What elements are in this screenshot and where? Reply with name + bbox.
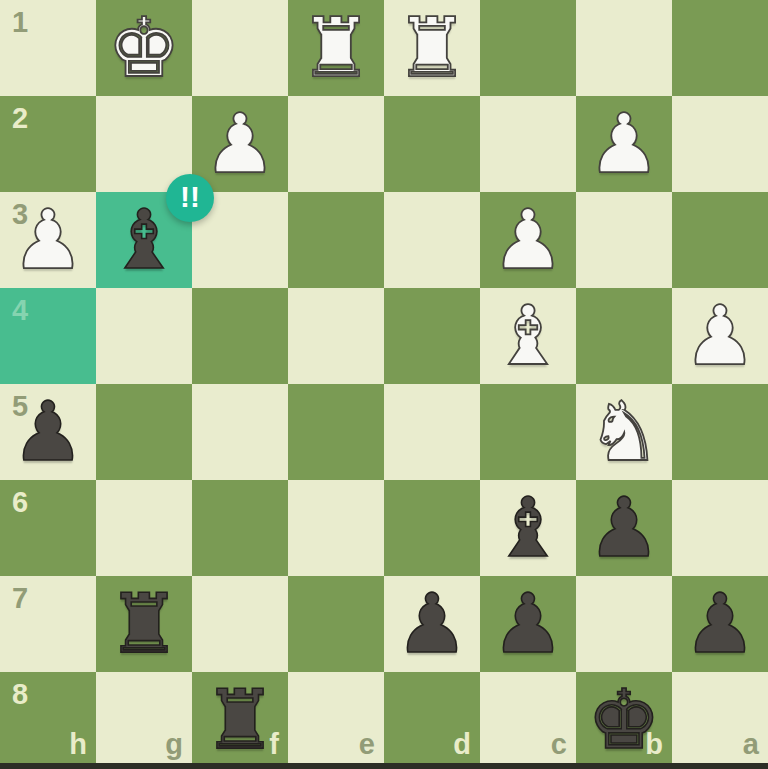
square-c6[interactable]: ♝ xyxy=(480,480,576,576)
square-d1[interactable]: ♜ xyxy=(384,0,480,96)
square-e6[interactable] xyxy=(288,480,384,576)
black-rook-g7[interactable]: ♜ xyxy=(96,576,192,672)
square-e8[interactable]: e xyxy=(288,672,384,768)
square-c2[interactable] xyxy=(480,96,576,192)
square-h3[interactable]: 3♟ xyxy=(0,192,96,288)
square-e5[interactable] xyxy=(288,384,384,480)
square-e2[interactable] xyxy=(288,96,384,192)
square-e7[interactable] xyxy=(288,576,384,672)
white-rook-d1[interactable]: ♜ xyxy=(384,0,480,96)
white-rook-e1[interactable]: ♜ xyxy=(288,0,384,96)
square-f1[interactable] xyxy=(192,0,288,96)
square-c5[interactable] xyxy=(480,384,576,480)
black-pawn-c7[interactable]: ♟ xyxy=(480,576,576,672)
black-pawn-h5[interactable]: ♟ xyxy=(0,384,96,480)
rank-label-1: 1 xyxy=(12,8,28,37)
square-b6[interactable]: ♟ xyxy=(576,480,672,576)
square-c8[interactable]: c xyxy=(480,672,576,768)
square-h7[interactable]: 7 xyxy=(0,576,96,672)
square-f8[interactable]: f♜ xyxy=(192,672,288,768)
square-f5[interactable] xyxy=(192,384,288,480)
square-a1[interactable] xyxy=(672,0,768,96)
square-e1[interactable]: ♜ xyxy=(288,0,384,96)
square-a4[interactable]: ♟ xyxy=(672,288,768,384)
white-bishop-c4[interactable]: ♝ xyxy=(480,288,576,384)
square-c3[interactable]: ♟ xyxy=(480,192,576,288)
square-a3[interactable] xyxy=(672,192,768,288)
square-d5[interactable] xyxy=(384,384,480,480)
black-pawn-d7[interactable]: ♟ xyxy=(384,576,480,672)
square-e4[interactable] xyxy=(288,288,384,384)
square-f6[interactable] xyxy=(192,480,288,576)
file-label-e: e xyxy=(359,730,375,759)
square-h6[interactable]: 6 xyxy=(0,480,96,576)
square-g5[interactable] xyxy=(96,384,192,480)
black-pawn-a7[interactable]: ♟ xyxy=(672,576,768,672)
square-h4[interactable]: 4 xyxy=(0,288,96,384)
square-d8[interactable]: d xyxy=(384,672,480,768)
black-rook-f8[interactable]: ♜ xyxy=(192,672,288,768)
square-g4[interactable] xyxy=(96,288,192,384)
square-h2[interactable]: 2 xyxy=(0,96,96,192)
square-d2[interactable] xyxy=(384,96,480,192)
chess-board-screenshot: 1♚♜♜2♟♟3♟♝♟4♝♟5♟♞6♝♟7♜♟♟♟8hgf♜edcb♚a !! xyxy=(0,0,768,769)
rank-label-2: 2 xyxy=(12,104,28,133)
square-h5[interactable]: 5♟ xyxy=(0,384,96,480)
black-bishop-c6[interactable]: ♝ xyxy=(480,480,576,576)
square-g1[interactable]: ♚ xyxy=(96,0,192,96)
file-label-c: c xyxy=(551,730,567,759)
square-b1[interactable] xyxy=(576,0,672,96)
square-f4[interactable] xyxy=(192,288,288,384)
rank-label-4: 4 xyxy=(12,296,28,325)
square-c7[interactable]: ♟ xyxy=(480,576,576,672)
square-d3[interactable] xyxy=(384,192,480,288)
square-b4[interactable] xyxy=(576,288,672,384)
square-c4[interactable]: ♝ xyxy=(480,288,576,384)
square-d6[interactable] xyxy=(384,480,480,576)
file-label-h: h xyxy=(69,730,87,759)
file-label-g: g xyxy=(165,730,183,759)
square-b2[interactable]: ♟ xyxy=(576,96,672,192)
file-label-a: a xyxy=(743,730,759,759)
square-b5[interactable]: ♞ xyxy=(576,384,672,480)
square-f2[interactable]: ♟ xyxy=(192,96,288,192)
file-label-d: d xyxy=(453,730,471,759)
rank-label-6: 6 xyxy=(12,488,28,517)
white-pawn-f2[interactable]: ♟ xyxy=(192,96,288,192)
square-f7[interactable] xyxy=(192,576,288,672)
square-a8[interactable]: a xyxy=(672,672,768,768)
square-a7[interactable]: ♟ xyxy=(672,576,768,672)
square-a5[interactable] xyxy=(672,384,768,480)
square-a2[interactable] xyxy=(672,96,768,192)
white-pawn-h3[interactable]: ♟ xyxy=(0,192,96,288)
square-e3[interactable] xyxy=(288,192,384,288)
square-b8[interactable]: b♚ xyxy=(576,672,672,768)
square-g6[interactable] xyxy=(96,480,192,576)
square-g8[interactable]: g xyxy=(96,672,192,768)
square-d7[interactable]: ♟ xyxy=(384,576,480,672)
square-h1[interactable]: 1 xyxy=(0,0,96,96)
white-knight-b5[interactable]: ♞ xyxy=(576,384,672,480)
brilliant-move-symbol: !! xyxy=(180,182,200,212)
black-pawn-b6[interactable]: ♟ xyxy=(576,480,672,576)
chess-board: 1♚♜♜2♟♟3♟♝♟4♝♟5♟♞6♝♟7♜♟♟♟8hgf♜edcb♚a xyxy=(0,0,768,768)
white-king-g1[interactable]: ♚ xyxy=(96,0,192,96)
square-g7[interactable]: ♜ xyxy=(96,576,192,672)
square-h8[interactable]: 8h xyxy=(0,672,96,768)
square-c1[interactable] xyxy=(480,0,576,96)
square-d4[interactable] xyxy=(384,288,480,384)
brilliant-move-badge: !! xyxy=(166,174,214,222)
square-b3[interactable] xyxy=(576,192,672,288)
black-king-b8[interactable]: ♚ xyxy=(576,672,672,768)
square-b7[interactable] xyxy=(576,576,672,672)
white-pawn-b2[interactable]: ♟ xyxy=(576,96,672,192)
white-pawn-a4[interactable]: ♟ xyxy=(672,288,768,384)
rank-label-7: 7 xyxy=(12,584,28,613)
rank-label-8: 8 xyxy=(12,680,28,709)
square-a6[interactable] xyxy=(672,480,768,576)
white-pawn-c3[interactable]: ♟ xyxy=(480,192,576,288)
bottom-edge-bar xyxy=(0,763,768,769)
